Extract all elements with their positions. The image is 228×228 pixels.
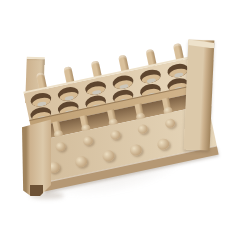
end-panel-right	[184, 39, 215, 150]
interior-dowel	[80, 115, 90, 129]
interior-dowel	[162, 98, 172, 112]
interior-dowel	[134, 103, 144, 117]
peg-tip-knob	[74, 155, 88, 168]
peg-tip-knob	[129, 143, 143, 156]
product-photo	[0, 0, 228, 228]
interior-dowel	[107, 109, 117, 123]
interior-dowel	[52, 121, 62, 135]
end-panel-left	[22, 118, 51, 196]
peg-tip-knob	[102, 149, 116, 162]
peg-tip-knob	[156, 138, 170, 151]
